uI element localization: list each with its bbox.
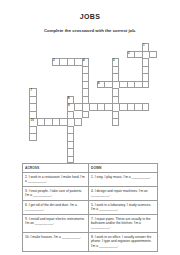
crossword-cell[interactable] (82, 81, 90, 89)
crossword-cell[interactable] (142, 51, 150, 59)
crossword-cell[interactable] (59, 58, 67, 66)
clue-down: 7. I repair pipes. These are usually in … (89, 215, 157, 233)
crossword-cell[interactable] (67, 126, 75, 134)
crossword-cell[interactable] (134, 51, 142, 59)
cell-number: 9 (68, 104, 70, 107)
cell-number: 10 (31, 119, 34, 122)
crossword-grid: 12345678910 (29, 43, 157, 163)
crossword-cell[interactable]: 10 (29, 118, 37, 126)
crossword-cell[interactable] (74, 58, 82, 66)
crossword-cell[interactable] (97, 103, 105, 111)
crossword-cell[interactable] (119, 81, 127, 89)
crossword-cell[interactable] (67, 118, 75, 126)
clue-across: 6. I get rid of the dirt and dust. I'm a… (23, 201, 89, 215)
crossword-cell[interactable] (44, 118, 52, 126)
crossword-cell[interactable] (82, 88, 90, 96)
crossword-cell[interactable] (104, 81, 112, 89)
crossword-cell[interactable] (112, 96, 120, 104)
clue-down: 1. I sing. I play music. I'm a _________… (89, 173, 157, 187)
crossword-cell[interactable] (29, 103, 37, 111)
crossword-cell[interactable] (52, 118, 60, 126)
crossword-cell[interactable] (29, 111, 37, 119)
crossword-cell[interactable] (127, 103, 135, 111)
cell-number: 2 (128, 52, 130, 55)
clues-table: ACROSSDOWN2. I work in a restaurant. I m… (22, 163, 158, 252)
clue-across: 10. I make houses. I'm a __________. (23, 233, 89, 250)
crossword-cell[interactable] (112, 73, 120, 81)
crossword-cell[interactable] (82, 73, 90, 81)
crossword-cell[interactable] (29, 96, 37, 104)
worksheet-page: { "game": "crossword", "page": { "title"… (0, 0, 180, 255)
cell-number: 6 (98, 82, 100, 85)
crossword-cell[interactable] (82, 111, 90, 119)
across-header: ACROSS (23, 164, 89, 173)
crossword-cell[interactable] (82, 66, 90, 74)
crossword-cell[interactable] (112, 81, 120, 89)
crossword-cell[interactable] (29, 133, 37, 141)
crossword-cell[interactable] (149, 51, 157, 59)
cell-number: 1 (143, 44, 145, 47)
crossword-cell[interactable] (112, 88, 120, 96)
crossword-cell[interactable] (29, 126, 37, 134)
crossword-cell[interactable] (82, 96, 90, 104)
crossword-cell[interactable] (67, 141, 75, 149)
crossword-cell[interactable] (74, 103, 82, 111)
crossword-cell[interactable]: 1 (142, 43, 150, 51)
crossword-cell[interactable]: 5 (112, 58, 120, 66)
crossword-cell[interactable] (67, 111, 75, 119)
crossword-cell[interactable]: 7 (29, 88, 37, 96)
crossword-cell[interactable] (112, 111, 120, 119)
crossword-cell[interactable] (112, 118, 120, 126)
cell-number: 4 (83, 59, 85, 62)
crossword-cell[interactable] (67, 133, 75, 141)
page-title: JOBS (0, 13, 180, 20)
clue-across: 2. I work in a restaurant. I make food. … (23, 173, 89, 187)
crossword-cell[interactable] (127, 81, 135, 89)
crossword-cell[interactable] (142, 66, 150, 74)
cell-number: 7 (31, 89, 33, 92)
crossword-cell[interactable]: 8 (67, 96, 75, 104)
crossword-cell[interactable] (67, 156, 75, 164)
crossword-cell[interactable] (74, 118, 82, 126)
crossword-cell[interactable]: 2 (127, 51, 135, 59)
crossword-cell[interactable] (67, 148, 75, 156)
crossword-cell[interactable]: 4 (82, 58, 90, 66)
crossword-cell[interactable] (59, 118, 67, 126)
clue-down: 8. I work in an office. I usually answer… (89, 233, 157, 250)
clue-across: 9. I install and repair electric instrum… (23, 215, 89, 233)
crossword-cell[interactable] (119, 103, 127, 111)
crossword-cell[interactable] (134, 81, 142, 89)
crossword-cell[interactable]: 3 (52, 58, 60, 66)
crossword-cell[interactable]: 6 (97, 81, 105, 89)
crossword-cell[interactable] (134, 103, 142, 111)
clue-down: 5. I work in a laboratory. I study scien… (89, 201, 157, 215)
crossword-cell[interactable] (142, 103, 150, 111)
crossword-cell[interactable] (67, 58, 75, 66)
crossword-cell[interactable]: 9 (67, 103, 75, 111)
crossword-cell[interactable] (142, 81, 150, 89)
crossword-cell[interactable] (112, 66, 120, 74)
crossword-cell[interactable] (89, 103, 97, 111)
down-header: DOWN (89, 164, 157, 173)
crossword-cell[interactable] (112, 103, 120, 111)
clue-down: 4. I design and repair machines. I'm an … (89, 187, 157, 201)
cell-number: 5 (113, 59, 115, 62)
cell-number: 8 (68, 97, 70, 100)
crossword-cell[interactable] (82, 103, 90, 111)
instruction-text: Complete the crossword with the correct … (0, 28, 180, 33)
crossword-cell[interactable] (104, 103, 112, 111)
crossword-cell[interactable] (142, 73, 150, 81)
crossword-cell[interactable] (37, 118, 45, 126)
crossword-cell[interactable] (142, 58, 150, 66)
cell-number: 3 (53, 59, 55, 62)
clue-across: 3. I treat people. I take care of patien… (23, 187, 89, 201)
